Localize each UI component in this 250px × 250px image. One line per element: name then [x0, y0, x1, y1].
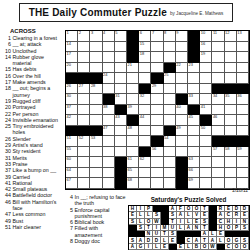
grid-cell[interactable] — [115, 52, 127, 63]
grid-cell[interactable] — [78, 157, 90, 168]
cell-number: 1 — [67, 31, 69, 36]
cell-number: 28 — [91, 84, 95, 89]
grid-cell[interactable]: 32 — [139, 94, 151, 105]
grid-cell[interactable]: 11 — [212, 31, 224, 42]
grid-cell[interactable]: 8 — [164, 31, 176, 42]
grid-cell[interactable] — [225, 105, 237, 116]
grid-cell[interactable] — [78, 52, 90, 63]
grid-cell[interactable] — [78, 115, 90, 126]
crossword-grid[interactable]: 1234567891011121314151617181920212223242… — [65, 30, 250, 190]
grid-cell[interactable]: 59 — [237, 147, 249, 158]
clue-number: 7 — [64, 225, 75, 238]
grid-cell[interactable] — [225, 63, 237, 74]
grid-cell[interactable] — [237, 63, 249, 74]
grid-black-cell — [176, 157, 188, 168]
cell-number: 58 — [225, 147, 229, 152]
grid-cell[interactable] — [139, 168, 151, 179]
grid-cell[interactable]: 5 — [115, 31, 127, 42]
grid-cell[interactable] — [237, 52, 249, 63]
grid-cell[interactable] — [139, 73, 151, 84]
solution-letter-cell: E — [161, 244, 169, 250]
grid-cell[interactable] — [212, 63, 224, 74]
grid-cell[interactable]: 49 — [176, 126, 188, 137]
clue-item: 8Doggy doc — [64, 238, 126, 244]
grid-cell[interactable]: 52 — [78, 136, 90, 147]
grid-black-cell — [188, 42, 200, 53]
grid-cell[interactable] — [188, 73, 200, 84]
grid-cell[interactable] — [103, 147, 115, 158]
grid-cell[interactable] — [151, 157, 163, 168]
grid-cell[interactable]: 67 — [66, 178, 78, 189]
grid-cell[interactable] — [90, 178, 102, 189]
grid-cell[interactable]: 62 — [139, 157, 151, 168]
grid-cell[interactable] — [151, 115, 163, 126]
cell-number: 24 — [103, 73, 107, 78]
grid-black-cell — [127, 31, 139, 42]
grid-cell[interactable] — [90, 157, 102, 168]
cell-number: 19 — [201, 52, 205, 57]
grid-cell[interactable]: 7 — [151, 31, 163, 42]
grid-cell[interactable] — [127, 136, 139, 147]
grid-cell[interactable] — [237, 73, 249, 84]
grid-cell[interactable] — [237, 115, 249, 126]
down-clues-column: 4In __; refusing to face the truth5Enfor… — [64, 194, 126, 244]
grid-black-cell — [115, 157, 127, 168]
grid-cell[interactable]: 21 — [127, 63, 139, 74]
grid-cell[interactable]: 34 — [212, 94, 224, 105]
clue-text: Enforce capital punishment — [75, 207, 127, 220]
cell-number: 4 — [103, 31, 105, 36]
cell-number: 32 — [140, 94, 144, 99]
cell-number: 2 — [79, 31, 81, 36]
cell-number: 13 — [237, 31, 241, 36]
grid-cell[interactable] — [200, 84, 212, 95]
grid-black-cell — [176, 168, 188, 179]
grid-cell[interactable] — [164, 157, 176, 168]
grid-cell[interactable] — [200, 147, 212, 158]
grid-cell[interactable] — [164, 147, 176, 158]
cell-number: 66 — [188, 168, 192, 173]
grid-cell[interactable] — [127, 73, 139, 84]
clue-item: 4In __; refusing to face the truth — [64, 194, 126, 207]
solution-letter-cell: O — [233, 244, 241, 250]
grid-cell[interactable] — [139, 136, 151, 147]
cell-number: 45 — [188, 115, 192, 120]
grid-cell[interactable]: 33 — [188, 94, 200, 105]
grid-cell[interactable]: 20 — [66, 63, 78, 74]
puzzle-title: THE Daily Commuter Puzzle — [29, 7, 167, 18]
grid-cell[interactable] — [78, 105, 90, 116]
grid-cell[interactable]: 47 — [103, 126, 115, 137]
grid-cell[interactable] — [188, 126, 200, 137]
grid-cell[interactable] — [115, 73, 127, 84]
grid-cell[interactable] — [225, 168, 237, 179]
clue-item: 14Rubber glove material — [2, 54, 63, 67]
cell-number: 12 — [225, 31, 229, 36]
cell-number: 16 — [201, 42, 205, 47]
solution-letter-cell: L — [185, 244, 193, 250]
cell-number: 69 — [188, 178, 192, 183]
clue-text: Filled with amazement — [75, 225, 127, 238]
grid-cell[interactable] — [90, 63, 102, 74]
grid-cell[interactable] — [212, 42, 224, 53]
solution-letter-cell: O — [241, 244, 249, 250]
cell-number: 7 — [152, 31, 154, 36]
cell-number: 64 — [67, 168, 71, 173]
grid-cell[interactable]: 4 — [103, 31, 115, 42]
grid-cell[interactable] — [176, 42, 188, 53]
grid-black-cell — [188, 31, 200, 42]
cell-number: 43 — [115, 115, 119, 120]
grid-cell[interactable] — [164, 105, 176, 116]
cell-number: 38 — [103, 105, 107, 110]
cell-number: 21 — [127, 63, 131, 68]
cell-number: 36 — [237, 94, 241, 99]
cell-number: 50 — [201, 126, 205, 131]
cell-number: 63 — [188, 157, 192, 162]
grid-cell[interactable] — [139, 126, 151, 137]
grid-cell[interactable] — [200, 157, 212, 168]
grid-cell[interactable] — [212, 73, 224, 84]
grid-cell[interactable] — [225, 115, 237, 126]
cell-number: 59 — [237, 147, 241, 152]
grid-cell[interactable] — [103, 84, 115, 95]
grid-cell[interactable]: 50 — [200, 126, 212, 137]
grid-cell[interactable]: 25 — [164, 73, 176, 84]
cell-number: 5 — [115, 31, 117, 36]
clue-text: Bill with Hamilton's face — [13, 199, 64, 212]
grid-cell[interactable]: 36 — [237, 94, 249, 105]
cell-number: 17 — [67, 52, 71, 57]
grid-cell[interactable] — [78, 147, 90, 158]
grid-cell[interactable] — [225, 42, 237, 53]
grid-cell[interactable] — [164, 52, 176, 63]
cell-number: 26 — [67, 84, 71, 89]
grid-cell[interactable]: 40 — [176, 105, 188, 116]
cell-number: 25 — [164, 73, 168, 78]
grid-cell[interactable] — [200, 73, 212, 84]
grid-cell[interactable] — [176, 52, 188, 63]
grid-cell[interactable] — [139, 63, 151, 74]
grid-cell[interactable] — [90, 147, 102, 158]
grid-cell[interactable]: 41 — [200, 105, 212, 116]
solution-letter-cell: A — [129, 244, 137, 250]
clue-number: 46 — [2, 199, 13, 212]
grid-cell[interactable] — [151, 63, 163, 74]
grid-cell[interactable]: 39 — [127, 105, 139, 116]
grid-cell[interactable] — [90, 115, 102, 126]
grid-black-cell — [127, 52, 139, 63]
cell-number: 30 — [67, 94, 71, 99]
grid-cell[interactable] — [103, 157, 115, 168]
grid-cell[interactable] — [103, 52, 115, 63]
grid-cell[interactable] — [176, 73, 188, 84]
clue-text: Rubber glove material — [13, 54, 64, 67]
cell-number: 53 — [91, 136, 95, 141]
grid-cell[interactable]: 10 — [200, 31, 212, 42]
cell-number: 61 — [127, 157, 131, 162]
grid-cell[interactable] — [164, 168, 176, 179]
grid-cell[interactable] — [237, 105, 249, 116]
cell-number: 51 — [67, 136, 71, 141]
cell-number: 46 — [213, 115, 217, 120]
grid-cell[interactable]: 22 — [176, 63, 188, 74]
cell-number: 27 — [79, 84, 83, 89]
across-clues-column: ACROSS 1Clearing in a forest6__ at; atta… — [2, 28, 63, 230]
saturday-solution-grid: HIPAFOOTREDDELLSSALVEACRESLOWTILESCHINST… — [128, 205, 250, 250]
grid-cell[interactable]: 48 — [127, 126, 139, 137]
grid-cell[interactable] — [176, 84, 188, 95]
grid-cell[interactable] — [212, 168, 224, 179]
grid-cell[interactable]: 24 — [103, 73, 115, 84]
cell-number: 67 — [67, 178, 71, 183]
grid-cell[interactable]: 35 — [225, 94, 237, 105]
grid-cell[interactable] — [225, 157, 237, 168]
cell-number: 10 — [201, 31, 205, 36]
grid-cell[interactable] — [151, 178, 163, 189]
solution-letter-cell: L — [153, 244, 161, 250]
cell-number: 68 — [127, 178, 131, 183]
cell-number: 3 — [91, 31, 93, 36]
grid-cell[interactable] — [90, 94, 102, 105]
grid-cell[interactable] — [151, 126, 163, 137]
clue-number: 5 — [64, 207, 75, 220]
grid-cell[interactable] — [151, 168, 163, 179]
grid-black-cell — [127, 42, 139, 53]
cell-number: 22 — [176, 63, 180, 68]
grid-cell[interactable] — [115, 42, 127, 53]
grid-cell[interactable] — [237, 157, 249, 168]
clue-text: In __; refusing to face the truth — [75, 194, 127, 207]
clue-text: Doggy doc — [75, 238, 127, 244]
solution-letter-cell: W — [209, 244, 217, 250]
grid-black-cell — [115, 168, 127, 179]
puzzle-date: 2/28/11 — [180, 188, 248, 193]
grid-cell[interactable] — [115, 126, 127, 137]
grid-cell[interactable] — [212, 126, 224, 137]
solution-letter-cell: E — [177, 244, 185, 250]
cell-number: 11 — [213, 31, 217, 36]
grid-cell[interactable]: 12 — [225, 31, 237, 42]
grid-cell[interactable] — [78, 94, 90, 105]
clue-number: 14 — [2, 54, 13, 67]
cell-number: 29 — [152, 84, 156, 89]
clue-item: 46Bill with Hamilton's face — [2, 199, 63, 212]
cell-number: 52 — [79, 136, 83, 141]
solution-black-cell — [217, 244, 225, 250]
cell-number: 42 — [67, 115, 71, 120]
cell-number: 35 — [225, 94, 229, 99]
grid-cell[interactable] — [164, 84, 176, 95]
grid-cell[interactable] — [151, 42, 163, 53]
clue-item: 25Tiny embroidered holes — [2, 123, 63, 136]
cell-number: 48 — [127, 126, 131, 131]
grid-cell[interactable]: 45 — [188, 115, 200, 126]
grid-cell[interactable]: 1 — [66, 31, 78, 42]
grid-cell[interactable] — [200, 136, 212, 147]
cell-number: 49 — [176, 126, 180, 131]
clue-number: 8 — [64, 238, 75, 244]
grid-cell[interactable]: 27 — [78, 84, 90, 95]
clue-item: 51Hair cleaner — [2, 224, 63, 230]
solution-black-cell — [169, 244, 177, 250]
grid-black-cell — [188, 52, 200, 63]
grid-cell[interactable] — [225, 52, 237, 63]
grid-cell[interactable] — [78, 63, 90, 74]
clue-item: 5Enforce capital punishment — [64, 207, 126, 220]
grid-cell[interactable]: 58 — [225, 147, 237, 158]
clue-number: 25 — [2, 123, 13, 136]
cell-number: 9 — [176, 31, 178, 36]
solution-letter-cell: O — [201, 244, 209, 250]
cell-number: 41 — [201, 105, 205, 110]
cell-number: 18 — [140, 52, 144, 57]
grid-cell[interactable] — [237, 126, 249, 137]
cell-number: 39 — [127, 105, 131, 110]
grid-cell[interactable]: 38 — [103, 105, 115, 116]
cell-number: 15 — [140, 42, 144, 47]
grid-cell[interactable]: 17 — [66, 52, 78, 63]
grid-cell[interactable] — [151, 52, 163, 63]
grid-cell[interactable] — [176, 136, 188, 147]
grid-cell[interactable]: 2 — [78, 31, 90, 42]
grid-cell[interactable] — [90, 105, 102, 116]
clue-text: Hair cleaner — [13, 224, 64, 230]
grid-cell[interactable]: 42 — [66, 115, 78, 126]
grid-cell[interactable]: 46 — [212, 115, 224, 126]
cell-number: 37 — [67, 105, 71, 110]
grid-cell[interactable] — [164, 94, 176, 105]
grid-cell[interactable]: 3 — [90, 31, 102, 42]
cell-number: 57 — [213, 147, 217, 152]
grid-cell[interactable]: 23 — [188, 63, 200, 74]
across-clue-list: 1Clearing in a forest6__ at; attack10Unc… — [2, 35, 63, 230]
grid-cell[interactable] — [115, 136, 127, 147]
clue-item: 7Filled with amazement — [64, 225, 126, 238]
grid-cell[interactable] — [212, 52, 224, 63]
grid-cell[interactable] — [115, 147, 127, 158]
grid-cell[interactable] — [90, 52, 102, 63]
grid-cell[interactable] — [164, 178, 176, 189]
cell-number: 23 — [188, 63, 192, 68]
clue-number: 4 — [64, 194, 75, 207]
grid-cell[interactable] — [103, 178, 115, 189]
cell-number: 40 — [176, 105, 180, 110]
cell-number: 14 — [67, 42, 71, 47]
clue-text: __ out; begins a journey — [13, 85, 64, 98]
grid-cell[interactable] — [200, 168, 212, 179]
clue-text: Tiny embroidered holes — [13, 123, 64, 136]
grid-cell[interactable]: 54 — [164, 136, 176, 147]
grid-cell[interactable] — [188, 136, 200, 147]
grid-cell[interactable] — [176, 147, 188, 158]
grid-cell[interactable]: 28 — [90, 84, 102, 95]
clue-number: 18 — [2, 85, 13, 98]
cell-number: 47 — [103, 126, 107, 131]
grid-cell[interactable]: 56 — [151, 147, 163, 158]
grid-cell[interactable]: 57 — [212, 147, 224, 158]
cell-number: 8 — [164, 31, 166, 36]
cell-number: 65 — [127, 168, 131, 173]
grid-cell[interactable] — [200, 63, 212, 74]
puzzle-page: THE Daily Commuter Puzzle by Jacqueline … — [0, 0, 250, 250]
across-header: ACROSS — [10, 28, 63, 34]
cell-number: 34 — [213, 94, 217, 99]
cell-number: 6 — [140, 31, 142, 36]
grid-cell[interactable] — [127, 84, 139, 95]
saturday-solved-header: Saturday's Puzzle Solved — [128, 196, 249, 203]
cell-number: 56 — [152, 147, 156, 152]
grid-cell[interactable]: 44 — [139, 115, 151, 126]
grid-cell[interactable] — [139, 178, 151, 189]
cell-number: 54 — [164, 136, 168, 141]
grid-cell[interactable]: 31 — [115, 94, 127, 105]
cell-number: 33 — [188, 94, 192, 99]
cell-number: 62 — [140, 157, 144, 162]
grid-cell[interactable] — [225, 73, 237, 84]
grid-cell[interactable] — [78, 168, 90, 179]
grid-cell[interactable] — [78, 42, 90, 53]
cell-number: 20 — [67, 63, 71, 68]
grid-black-cell — [115, 178, 127, 189]
cell-number: 60 — [67, 157, 71, 162]
grid-cell[interactable] — [103, 136, 115, 147]
grid-cell[interactable] — [90, 42, 102, 53]
grid-cell[interactable] — [237, 168, 249, 179]
grid-cell[interactable]: 53 — [90, 136, 102, 147]
puzzle-byline: by Jacqueline E. Mathews — [170, 11, 223, 16]
grid-cell[interactable] — [151, 105, 163, 116]
grid-cell[interactable] — [115, 63, 127, 74]
cell-number: 31 — [115, 94, 119, 99]
grid-cell[interactable] — [212, 157, 224, 168]
grid-cell[interactable] — [151, 94, 163, 105]
clue-item: 18__ out; begins a journey — [2, 85, 63, 98]
cell-number: 44 — [140, 115, 144, 120]
solution-letter-cell: I — [145, 244, 153, 250]
grid-cell[interactable]: 13 — [237, 31, 249, 42]
cell-number: 55 — [67, 147, 71, 152]
down-clue-list: 4In __; refusing to face the truth5Enfor… — [64, 194, 126, 244]
grid-cell[interactable] — [237, 42, 249, 53]
solution-letter-cell: G — [137, 244, 145, 250]
grid-cell[interactable] — [225, 126, 237, 137]
grid-cell[interactable]: 18 — [139, 52, 151, 63]
grid-cell[interactable]: 43 — [115, 115, 127, 126]
grid-cell[interactable]: 68 — [127, 178, 139, 189]
solution-letter-cell: B — [193, 244, 201, 250]
grid-cell[interactable]: 19 — [200, 52, 212, 63]
puzzle-title-box: THE Daily Commuter Puzzle by Jacqueline … — [19, 3, 233, 22]
grid-cell[interactable]: 29 — [151, 84, 163, 95]
solution-letter-cell: C — [225, 244, 233, 250]
grid-cell[interactable] — [103, 168, 115, 179]
grid-cell[interactable] — [78, 178, 90, 189]
grid-cell[interactable] — [103, 42, 115, 53]
grid-cell[interactable]: 6 — [139, 31, 151, 42]
grid-cell[interactable] — [164, 115, 176, 126]
grid-cell[interactable] — [90, 168, 102, 179]
clue-number: 51 — [2, 224, 13, 230]
grid-cell[interactable]: 9 — [176, 31, 188, 42]
grid-cell[interactable] — [164, 42, 176, 53]
